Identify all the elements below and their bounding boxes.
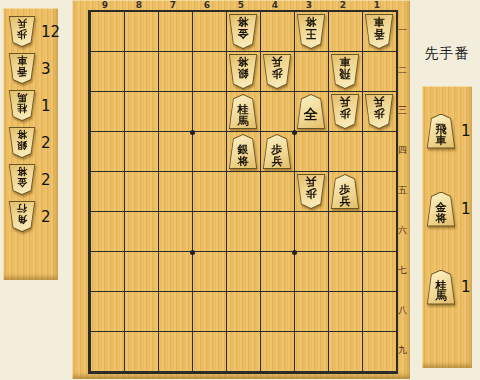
piece-gote-silver[interactable]: 銀将: [228, 54, 258, 89]
file-label: 4: [258, 0, 292, 10]
hand-count: 1: [461, 122, 471, 140]
piece-kanji: 桂: [238, 104, 249, 116]
piece-kanji: 兵: [272, 156, 283, 168]
file-labels: 987654321: [88, 0, 394, 10]
rank-label: 九: [396, 330, 409, 370]
rank-label: 三: [396, 90, 409, 130]
piece-kanji: 車: [374, 16, 385, 28]
piece-sente-knight[interactable]: 桂馬: [426, 270, 456, 305]
rank-label: 六: [396, 210, 409, 250]
piece-kanji: 兵: [340, 96, 351, 108]
rank-label: 一: [396, 10, 409, 50]
piece-sente-pawn[interactable]: 歩兵: [330, 174, 360, 209]
piece-gote-lance[interactable]: 香車: [364, 14, 394, 49]
piece-gote-pawn[interactable]: 歩兵: [8, 16, 36, 47]
piece-sente-promoted-silver[interactable]: 全: [296, 94, 326, 129]
piece-sente-pawn[interactable]: 歩兵: [262, 134, 292, 169]
rank-label: 四: [396, 130, 409, 170]
piece-kanji: 将: [238, 56, 249, 68]
piece-kanji: 全: [304, 107, 318, 122]
piece-gote-rook[interactable]: 飛車: [330, 54, 360, 89]
rank-label: 五: [396, 170, 409, 210]
hand-count: 2: [41, 208, 51, 226]
piece-sente-gold[interactable]: 金将: [426, 192, 456, 227]
piece-kanji: 香: [17, 66, 27, 77]
piece-kanji: 飛: [340, 68, 351, 80]
shogi-diagram: { "game": "shogi", "turn_indicator": "先手…: [0, 0, 480, 380]
piece-kanji: 車: [17, 55, 27, 66]
piece-kanji: 馬: [17, 92, 27, 103]
piece-kanji: 将: [238, 156, 249, 168]
piece-kanji: 将: [17, 166, 27, 177]
piece-kanji: 王: [306, 28, 317, 40]
hand-row-sente-rook: 飛車1: [422, 92, 472, 170]
hand-row-gote-gold: 金将2: [3, 161, 58, 198]
hand-count: 1: [41, 97, 51, 115]
piece-gote-silver[interactable]: 銀将: [8, 127, 36, 158]
rank-label: 八: [396, 290, 409, 330]
piece-kanji: 馬: [238, 116, 249, 128]
hand-count: 1: [461, 278, 471, 296]
piece-kanji: 兵: [340, 196, 351, 208]
piece-kanji: 銀: [17, 140, 27, 151]
piece-kanji: 車: [436, 135, 447, 147]
file-label: 7: [156, 0, 190, 10]
file-label: 2: [326, 0, 360, 10]
hand-count: 2: [41, 171, 51, 189]
piece-gote-bishop[interactable]: 角行: [8, 201, 36, 232]
file-label: 6: [190, 0, 224, 10]
piece-gote-gold[interactable]: 金将: [228, 14, 258, 49]
piece-kanji: 銀: [238, 68, 249, 80]
file-label: 3: [292, 0, 326, 10]
piece-kanji: 歩: [306, 188, 317, 200]
piece-gote-gold[interactable]: 金将: [8, 164, 36, 195]
file-label: 9: [88, 0, 122, 10]
piece-gote-knight[interactable]: 桂馬: [8, 90, 36, 121]
board-grid: 金将王将香車銀将歩兵飛車桂馬全歩兵歩兵銀将歩兵歩兵歩兵: [88, 10, 398, 374]
turn-indicator: 先手番: [414, 45, 480, 63]
piece-kanji: 兵: [306, 176, 317, 188]
hand-row-gote-bishop: 角行2: [3, 198, 58, 235]
piece-gote-lance[interactable]: 香車: [8, 53, 36, 84]
piece-kanji: 馬: [436, 291, 447, 303]
piece-sente-silver[interactable]: 銀将: [228, 134, 258, 169]
piece-kanji: 兵: [17, 18, 27, 29]
shogi-board: 987654321 金将王将香車銀将歩兵飛車桂馬全歩兵歩兵銀将歩兵歩兵歩兵 一二…: [72, 0, 410, 379]
hand-row-sente-gold: 金将1: [422, 170, 472, 248]
piece-gote-pawn[interactable]: 歩兵: [364, 94, 394, 129]
piece-kanji: 歩: [340, 184, 351, 196]
piece-kanji: 兵: [374, 96, 385, 108]
piece-kanji: 角: [17, 214, 27, 225]
hand-count: 3: [41, 60, 51, 78]
piece-kanji: 行: [17, 203, 27, 214]
piece-kanji: 兵: [272, 56, 283, 68]
file-label: 8: [122, 0, 156, 10]
piece-kanji: 歩: [340, 108, 351, 120]
piece-kanji: 将: [238, 16, 249, 28]
piece-sente-knight[interactable]: 桂馬: [228, 94, 258, 129]
piece-sente-rook[interactable]: 飛車: [426, 114, 456, 149]
piece-kanji: 香: [374, 28, 385, 40]
hand-row-gote-pawn: 歩兵12: [3, 13, 58, 50]
sente-hand-tray: 飛車1金将1桂馬1: [422, 86, 472, 368]
piece-kanji: 将: [436, 213, 447, 225]
hand-count: 12: [41, 23, 60, 41]
piece-gote-king[interactable]: 王将: [296, 14, 326, 49]
rank-label: 七: [396, 250, 409, 290]
piece-kanji: 将: [306, 16, 317, 28]
piece-kanji: 金: [238, 28, 249, 40]
file-label: 5: [224, 0, 258, 10]
gote-hand-tray: 歩兵12香車3桂馬1銀将2金将2角行2: [3, 8, 58, 280]
hand-row-sente-knight: 桂馬1: [422, 248, 472, 326]
piece-kanji: 歩: [17, 29, 27, 40]
hand-row-gote-knight: 桂馬1: [3, 87, 58, 124]
hand-count: 1: [461, 200, 471, 218]
piece-kanji: 歩: [272, 144, 283, 156]
piece-gote-pawn[interactable]: 歩兵: [296, 174, 326, 209]
piece-kanji: 将: [17, 129, 27, 140]
piece-kanji: 金: [17, 177, 27, 188]
rank-labels: 一二三四五六七八九: [396, 10, 409, 370]
piece-kanji: 車: [340, 56, 351, 68]
piece-kanji: 歩: [374, 108, 385, 120]
piece-gote-pawn[interactable]: 歩兵: [330, 94, 360, 129]
hand-count: 2: [41, 134, 51, 152]
piece-kanji: 歩: [272, 68, 283, 80]
rank-label: 二: [396, 50, 409, 90]
piece-kanji: 銀: [238, 144, 249, 156]
hand-row-gote-silver: 銀将2: [3, 124, 58, 161]
piece-kanji: 桂: [17, 103, 27, 114]
file-label: 1: [360, 0, 394, 10]
piece-gote-pawn[interactable]: 歩兵: [262, 54, 292, 89]
hand-row-gote-lance: 香車3: [3, 50, 58, 87]
